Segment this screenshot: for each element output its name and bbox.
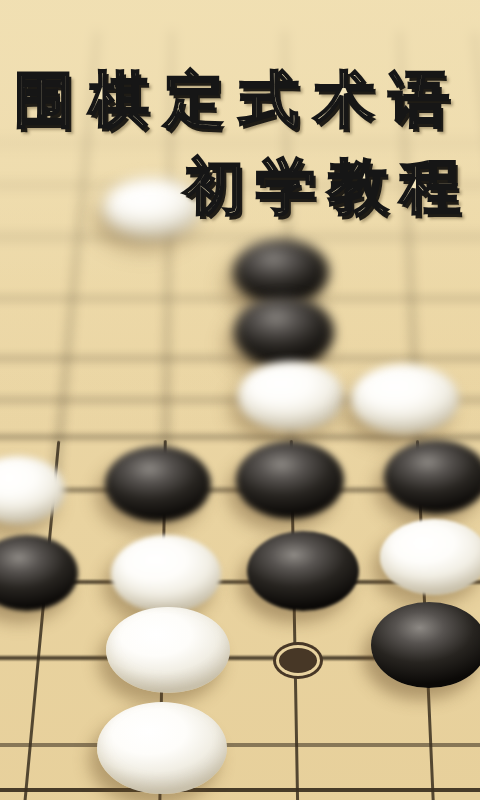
white-stone <box>103 178 201 238</box>
stones-layer <box>0 0 480 800</box>
black-stone <box>234 296 334 368</box>
black-stone <box>247 531 359 611</box>
black-stone <box>236 441 344 519</box>
white-stone <box>106 607 230 693</box>
white-stone <box>111 535 221 613</box>
white-stone <box>238 361 344 431</box>
white-stone <box>351 364 459 434</box>
black-stone <box>384 440 480 514</box>
white-stone <box>97 702 227 794</box>
white-stone <box>0 456 65 524</box>
black-stone <box>0 535 78 611</box>
black-stone <box>105 446 211 522</box>
white-stone <box>380 519 480 595</box>
go-tutorial-cover-screen[interactable]: 围棋定式术语 初学教程 <box>0 0 480 800</box>
black-stone <box>371 602 480 688</box>
